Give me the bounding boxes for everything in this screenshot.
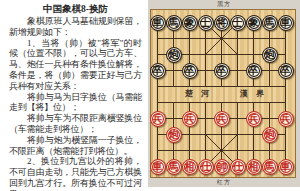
column-label: 八 xyxy=(169,173,179,178)
rules-text-panel: 中国象棋8-换防 象棋原班人马基础规则保留，新增规则如下： 1、当将（帅）被"将… xyxy=(0,0,148,191)
piece-red-兵[interactable]: 兵 xyxy=(246,111,262,127)
column-label: 七 xyxy=(185,173,195,178)
piece-black-馬[interactable]: 馬 xyxy=(262,15,278,31)
piece-black-士[interactable]: 士 xyxy=(198,15,214,31)
red-side-label: 红方 xyxy=(148,179,300,186)
black-side-label: 黑方 xyxy=(148,1,300,8)
board-panel: 黑方 楚 河 漢 界 車馬象士将士象馬車炮炮卒卒卒卒卒兵兵兵兵兵炮炮車馬相仕帥仕… xyxy=(148,0,300,187)
rules-paragraph: 将帅与马为日字换位（马需能走到【将】位）； xyxy=(9,92,142,114)
article-title: 中国象棋8-换防 xyxy=(9,3,142,15)
piece-red-兵[interactable]: 兵 xyxy=(214,111,230,127)
column-label: 一 xyxy=(281,173,291,178)
piece-red-兵[interactable]: 兵 xyxy=(182,111,198,127)
rules-paragraph: 1、当将（帅）被"将军"的时候（位置不限），可以与己方车、马、炮任一兵种有条件换… xyxy=(9,38,142,92)
piece-red-兵[interactable]: 兵 xyxy=(278,111,294,127)
column-label: 二 xyxy=(265,173,275,178)
piece-red-兵[interactable]: 兵 xyxy=(150,111,166,127)
piece-black-卒[interactable]: 卒 xyxy=(246,63,262,79)
piece-black-卒[interactable]: 卒 xyxy=(150,63,166,79)
piece-black-卒[interactable]: 卒 xyxy=(214,63,230,79)
piece-black-炮[interactable]: 炮 xyxy=(166,47,182,63)
river-label-han-jie: 漢 界 xyxy=(240,90,267,98)
piece-black-士[interactable]: 士 xyxy=(230,15,246,31)
piece-black-象[interactable]: 象 xyxy=(246,15,262,31)
column-label: 三 xyxy=(249,173,259,178)
river-label-chu-he: 楚 河 xyxy=(185,90,212,98)
page: 中国象棋8-换防 象棋原班人马基础规则保留，新增规则如下： 1、当将（帅）被"将… xyxy=(0,0,300,191)
rules-paragraph: 象棋原班人马基础规则保留，新增规则如下： xyxy=(9,16,142,38)
rules-paragraph: 2、换位到九宫以外的将帅，不可自由走动，只能先与己方棋换回到九宫才行。所有换位不… xyxy=(9,156,142,191)
rules-paragraph: 将帅与车为不限距离横竖换位（车需能走到将位）； xyxy=(9,113,142,135)
piece-black-車[interactable]: 車 xyxy=(278,15,294,31)
column-label: 九 xyxy=(153,173,163,178)
piece-black-炮[interactable]: 炮 xyxy=(262,47,278,63)
piece-black-象[interactable]: 象 xyxy=(182,15,198,31)
piece-black-卒[interactable]: 卒 xyxy=(278,63,294,79)
board-grid-lines xyxy=(157,22,287,168)
rules-paragraph: 将帅与炮为横竖隔一子换位，不限距离（炮需能打到将位）。 xyxy=(9,135,142,157)
column-label: 四 xyxy=(233,173,243,178)
piece-black-将[interactable]: 将 xyxy=(214,15,230,31)
piece-black-卒[interactable]: 卒 xyxy=(182,63,198,79)
piece-black-車[interactable]: 車 xyxy=(150,15,166,31)
column-label: 六 xyxy=(201,173,211,178)
piece-black-馬[interactable]: 馬 xyxy=(166,15,182,31)
xiangqi-board[interactable]: 楚 河 漢 界 車馬象士将士象馬車炮炮卒卒卒卒卒兵兵兵兵兵炮炮車馬相仕帥仕相馬車… xyxy=(150,9,296,178)
piece-red-炮[interactable]: 炮 xyxy=(262,127,278,143)
piece-red-炮[interactable]: 炮 xyxy=(166,127,182,143)
column-label: 五 xyxy=(217,173,227,178)
